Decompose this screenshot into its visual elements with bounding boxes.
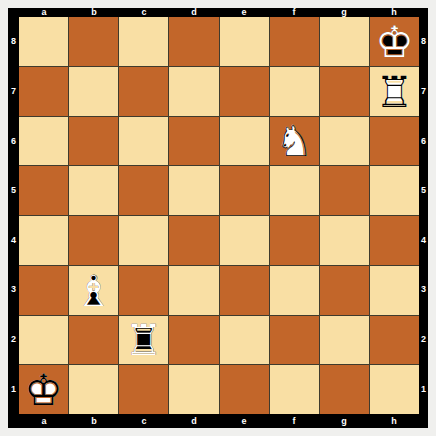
square-h8[interactable]: ♚♔ (370, 17, 419, 66)
rank-label-5: 5 (8, 166, 19, 216)
square-a7[interactable] (19, 67, 68, 116)
square-b1[interactable] (69, 365, 118, 414)
square-f3[interactable] (270, 266, 319, 315)
square-g7[interactable] (320, 67, 369, 116)
square-a4[interactable] (19, 216, 68, 265)
square-d7[interactable] (169, 67, 218, 116)
rank-label-6: 6 (419, 116, 428, 166)
file-labels-top: abcdefgh (19, 8, 419, 17)
square-c1[interactable] (119, 365, 168, 414)
rank-label-1: 1 (419, 364, 428, 414)
rank-label-6: 6 (8, 116, 19, 166)
file-label-b: b (69, 414, 119, 428)
rank-label-7: 7 (419, 67, 428, 117)
file-label-a: a (19, 414, 69, 428)
square-b4[interactable] (69, 216, 118, 265)
square-g2[interactable] (320, 316, 369, 365)
square-a2[interactable] (19, 316, 68, 365)
black-king-detail-glyph: ♔ (370, 17, 419, 66)
square-h6[interactable] (370, 117, 419, 166)
square-f2[interactable] (270, 316, 319, 365)
square-c7[interactable] (119, 67, 168, 116)
rank-labels-right: 87654321 (419, 17, 428, 414)
white-knight[interactable]: ♞♘ (270, 117, 319, 166)
file-label-h: h (369, 414, 419, 428)
file-labels-bottom: abcdefgh (19, 414, 419, 428)
square-b2[interactable] (69, 316, 118, 365)
square-g8[interactable] (320, 17, 369, 66)
square-f8[interactable] (270, 17, 319, 66)
square-d1[interactable] (169, 365, 218, 414)
file-label-f: f (269, 8, 319, 17)
square-h2[interactable] (370, 316, 419, 365)
file-label-c: c (119, 8, 169, 17)
white-rook-detail-glyph: ♖ (370, 67, 419, 116)
square-d3[interactable] (169, 266, 218, 315)
square-e8[interactable] (220, 17, 269, 66)
file-label-e: e (219, 8, 269, 17)
square-g4[interactable] (320, 216, 369, 265)
square-b3[interactable]: ♝♗ (69, 266, 118, 315)
file-label-b: b (69, 8, 119, 17)
white-knight-detail-glyph: ♘ (270, 117, 319, 166)
file-label-g: g (319, 414, 369, 428)
rank-label-5: 5 (419, 166, 428, 216)
file-label-a: a (19, 8, 69, 17)
square-d8[interactable] (169, 17, 218, 66)
square-c2[interactable]: ♜♖ (119, 316, 168, 365)
black-bishop[interactable]: ♝♗ (69, 266, 118, 315)
square-a3[interactable] (19, 266, 68, 315)
square-h7[interactable]: ♜♖ (370, 67, 419, 116)
square-b6[interactable] (69, 117, 118, 166)
square-h4[interactable] (370, 216, 419, 265)
black-rook[interactable]: ♜♖ (119, 316, 168, 365)
square-a6[interactable] (19, 117, 68, 166)
rank-label-3: 3 (419, 265, 428, 315)
square-f1[interactable] (270, 365, 319, 414)
square-h3[interactable] (370, 266, 419, 315)
square-b7[interactable] (69, 67, 118, 116)
square-e4[interactable] (220, 216, 269, 265)
white-rook[interactable]: ♜♖ (370, 67, 419, 116)
square-g5[interactable] (320, 166, 369, 215)
file-label-e: e (219, 414, 269, 428)
rank-label-2: 2 (419, 315, 428, 365)
rank-label-3: 3 (8, 265, 19, 315)
file-label-d: d (169, 414, 219, 428)
rank-label-4: 4 (8, 216, 19, 266)
rank-label-7: 7 (8, 67, 19, 117)
square-d4[interactable] (169, 216, 218, 265)
board: ♚♔♜♖♞♘♝♗♜♖♚♔ (19, 17, 419, 414)
board-frame: abcdefgh abcdefgh 87654321 87654321 ♚♔♜♖… (8, 8, 428, 428)
file-label-d: d (169, 8, 219, 17)
file-label-g: g (319, 8, 369, 17)
square-c8[interactable] (119, 17, 168, 66)
square-a5[interactable] (19, 166, 68, 215)
square-c4[interactable] (119, 216, 168, 265)
square-c6[interactable] (119, 117, 168, 166)
square-e7[interactable] (220, 67, 269, 116)
square-c5[interactable] (119, 166, 168, 215)
square-g3[interactable] (320, 266, 369, 315)
rank-label-4: 4 (419, 216, 428, 266)
rank-label-8: 8 (8, 17, 19, 67)
square-h5[interactable] (370, 166, 419, 215)
rank-label-8: 8 (419, 17, 428, 67)
square-e5[interactable] (220, 166, 269, 215)
square-f6[interactable]: ♞♘ (270, 117, 319, 166)
square-a1[interactable]: ♚♔ (19, 365, 68, 414)
square-h1[interactable] (370, 365, 419, 414)
square-e2[interactable] (220, 316, 269, 365)
rank-label-1: 1 (8, 364, 19, 414)
square-e6[interactable] (220, 117, 269, 166)
rank-labels-left: 87654321 (8, 17, 19, 414)
square-c3[interactable] (119, 266, 168, 315)
file-label-c: c (119, 414, 169, 428)
white-king[interactable]: ♚♔ (19, 365, 68, 414)
white-king-detail-glyph: ♔ (19, 365, 68, 414)
square-f4[interactable] (270, 216, 319, 265)
square-e3[interactable] (220, 266, 269, 315)
file-label-f: f (269, 414, 319, 428)
square-a8[interactable] (19, 17, 68, 66)
square-b5[interactable] (69, 166, 118, 215)
black-bishop-detail-glyph: ♗ (69, 266, 118, 315)
black-king[interactable]: ♚♔ (370, 17, 419, 66)
square-g1[interactable] (320, 365, 369, 414)
black-rook-detail-glyph: ♖ (119, 316, 168, 365)
square-e1[interactable] (220, 365, 269, 414)
square-d5[interactable] (169, 166, 218, 215)
rank-label-2: 2 (8, 315, 19, 365)
square-g6[interactable] (320, 117, 369, 166)
square-d6[interactable] (169, 117, 218, 166)
square-b8[interactable] (69, 17, 118, 66)
square-d2[interactable] (169, 316, 218, 365)
page: abcdefgh abcdefgh 87654321 87654321 ♚♔♜♖… (0, 0, 436, 436)
square-f5[interactable] (270, 166, 319, 215)
square-f7[interactable] (270, 67, 319, 116)
file-label-h: h (369, 8, 419, 17)
